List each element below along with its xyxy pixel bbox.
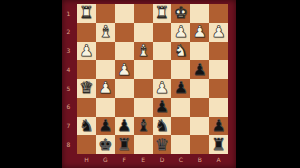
square-f5 — [115, 79, 134, 98]
file-label-b: B — [190, 157, 209, 163]
square-c7 — [171, 117, 190, 136]
rank-label-8: 8 — [62, 142, 75, 148]
square-a2: ♟ — [209, 23, 228, 42]
piece-wP-c2: ♟ — [174, 23, 188, 41]
square-c8 — [171, 135, 190, 154]
piece-wP-a2: ♟ — [211, 23, 225, 41]
square-d3 — [153, 42, 172, 61]
piece-bP-a7: ♟ — [211, 117, 225, 135]
file-label-a: A — [209, 157, 228, 163]
square-b2: ♟ — [190, 23, 209, 42]
piece-bP-f7: ♟ — [117, 117, 131, 135]
piece-wP-d5: ♟ — [155, 79, 169, 97]
file-label-h: H — [77, 157, 96, 163]
square-b6 — [190, 98, 209, 117]
square-e5 — [134, 79, 153, 98]
square-a7: ♟ — [209, 117, 228, 136]
square-d4 — [153, 60, 172, 79]
square-h1: ♜ — [77, 4, 96, 23]
square-a8: ♜ — [209, 135, 228, 154]
square-c1: ♚ — [171, 4, 190, 23]
square-e1 — [134, 4, 153, 23]
square-a4 — [209, 60, 228, 79]
square-c2: ♟ — [171, 23, 190, 42]
board-frame: 12345678 HGFEDCBA ♜♜♚♝♟♟♟♟♝♞♟♟♛♟♟♟♟♞♟♟♝♞… — [62, 0, 236, 168]
square-h8 — [77, 135, 96, 154]
square-d7: ♞ — [153, 117, 172, 136]
rank-label-3: 3 — [62, 48, 75, 54]
square-c3: ♞ — [171, 42, 190, 61]
square-b1 — [190, 4, 209, 23]
file-label-c: C — [171, 157, 190, 163]
square-b8 — [190, 135, 209, 154]
square-a6 — [209, 98, 228, 117]
square-e8 — [134, 135, 153, 154]
piece-wK-c1: ♚ — [174, 4, 188, 22]
square-g1 — [96, 4, 115, 23]
piece-wP-h3: ♟ — [79, 42, 93, 60]
piece-bR-a8: ♜ — [211, 136, 225, 154]
square-e2 — [134, 23, 153, 42]
square-b3 — [190, 42, 209, 61]
square-h4 — [77, 60, 96, 79]
square-f7: ♟ — [115, 117, 134, 136]
piece-wP-b2: ♟ — [193, 23, 207, 41]
rank-label-7: 7 — [62, 123, 75, 129]
square-f1 — [115, 4, 134, 23]
square-g4 — [96, 60, 115, 79]
square-h2 — [77, 23, 96, 42]
piece-wR-h1: ♜ — [79, 4, 93, 22]
piece-bK-g8: ♚ — [98, 136, 112, 154]
piece-wR-d1: ♜ — [155, 4, 169, 22]
piece-bQ-d8: ♛ — [155, 136, 169, 154]
rank-label-1: 1 — [62, 11, 75, 17]
square-c5: ♟ — [171, 79, 190, 98]
square-e4 — [134, 60, 153, 79]
square-f2 — [115, 23, 134, 42]
piece-wQ-h5: ♛ — [79, 79, 93, 97]
square-g3 — [96, 42, 115, 61]
file-labels: HGFEDCBA — [77, 154, 228, 168]
square-d2 — [153, 23, 172, 42]
piece-bP-c5: ♟ — [174, 79, 188, 97]
square-g5: ♟ — [96, 79, 115, 98]
square-c4 — [171, 60, 190, 79]
piece-bP-d6: ♟ — [155, 98, 169, 116]
square-b4: ♟ — [190, 60, 209, 79]
square-h6 — [77, 98, 96, 117]
piece-bB-e7: ♝ — [136, 117, 150, 135]
piece-bN-d7: ♞ — [155, 117, 169, 135]
square-e7: ♝ — [134, 117, 153, 136]
piece-bR-f8: ♜ — [117, 136, 131, 154]
rank-label-2: 2 — [62, 29, 75, 35]
square-f3 — [115, 42, 134, 61]
piece-wP-f4: ♟ — [117, 61, 131, 79]
square-h3: ♟ — [77, 42, 96, 61]
file-label-d: D — [153, 157, 172, 163]
square-f4: ♟ — [115, 60, 134, 79]
square-g7: ♟ — [96, 117, 115, 136]
rank-labels: 12345678 — [62, 4, 77, 154]
file-label-f: F — [115, 157, 134, 163]
piece-wB-e3: ♝ — [136, 42, 150, 60]
square-d8: ♛ — [153, 135, 172, 154]
square-g2: ♝ — [96, 23, 115, 42]
piece-wB-g2: ♝ — [98, 23, 112, 41]
board-grid: ♜♜♚♝♟♟♟♟♝♞♟♟♛♟♟♟♟♞♟♟♝♞♟♚♜♛♜ — [77, 4, 228, 154]
square-d1: ♜ — [153, 4, 172, 23]
rank-label-6: 6 — [62, 104, 75, 110]
piece-wP-g5: ♟ — [98, 79, 112, 97]
square-e6 — [134, 98, 153, 117]
square-g8: ♚ — [96, 135, 115, 154]
square-b7 — [190, 117, 209, 136]
square-b5 — [190, 79, 209, 98]
file-label-g: G — [96, 157, 115, 163]
square-c6 — [171, 98, 190, 117]
square-f6 — [115, 98, 134, 117]
rank-label-5: 5 — [62, 86, 75, 92]
square-h5: ♛ — [77, 79, 96, 98]
square-f8: ♜ — [115, 135, 134, 154]
square-g6 — [96, 98, 115, 117]
square-d5: ♟ — [153, 79, 172, 98]
square-a1 — [209, 4, 228, 23]
piece-bN-h7: ♞ — [79, 117, 93, 135]
file-label-e: E — [134, 157, 153, 163]
rank-label-4: 4 — [62, 67, 75, 73]
square-a5 — [209, 79, 228, 98]
square-a3 — [209, 42, 228, 61]
square-d6: ♟ — [153, 98, 172, 117]
square-h7: ♞ — [77, 117, 96, 136]
square-e3: ♝ — [134, 42, 153, 61]
piece-bP-g7: ♟ — [98, 117, 112, 135]
piece-wN-c3: ♞ — [174, 42, 188, 60]
piece-bP-b4: ♟ — [193, 61, 207, 79]
